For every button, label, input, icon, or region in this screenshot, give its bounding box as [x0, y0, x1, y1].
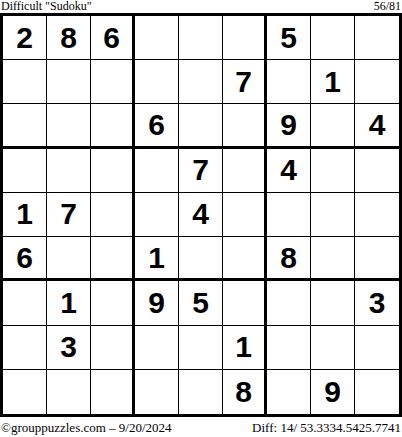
sudoku-cell-r6c8 [311, 237, 355, 281]
sudoku-cell-r6c6 [223, 237, 267, 281]
sudoku-cell-r2c1 [3, 60, 47, 104]
sudoku-cell-r5c9 [355, 193, 399, 237]
sudoku-cell-r4c9 [355, 149, 399, 193]
sudoku-cell-r7c6 [223, 281, 267, 325]
sudoku-cell-r2c3 [91, 60, 135, 104]
sudoku-cell-r5c6 [223, 193, 267, 237]
sudoku-cell-r4c7: 4 [267, 149, 311, 193]
sudoku-cell-r8c8 [311, 326, 355, 370]
sudoku-cell-r3c9: 4 [355, 104, 399, 148]
sudoku-cell-r4c6 [223, 149, 267, 193]
sudoku-cell-r5c5: 4 [179, 193, 223, 237]
sudoku-cell-r6c4: 1 [135, 237, 179, 281]
sudoku-cell-r5c1: 1 [3, 193, 47, 237]
sudoku-cell-r8c6: 1 [223, 326, 267, 370]
header: Difficult "Sudoku" 56/81 [0, 0, 402, 13]
sudoku-cell-r2c8: 1 [311, 60, 355, 104]
sudoku-cell-r9c1 [3, 370, 47, 414]
sudoku-cell-r2c6: 7 [223, 60, 267, 104]
sudoku-cell-r6c2 [47, 237, 91, 281]
sudoku-cell-r2c4 [135, 60, 179, 104]
sudoku-cell-r7c7 [267, 281, 311, 325]
sudoku-cell-r1c2: 8 [47, 16, 91, 60]
sudoku-cell-r4c8 [311, 149, 355, 193]
sudoku-cell-r6c7: 8 [267, 237, 311, 281]
sudoku-cell-r1c1: 2 [3, 16, 47, 60]
sudoku-cell-r7c3 [91, 281, 135, 325]
sudoku-cell-r9c3 [91, 370, 135, 414]
sudoku-cell-r4c4 [135, 149, 179, 193]
sudoku-cell-r1c9 [355, 16, 399, 60]
remaining-cells-counter: 56/81 [374, 0, 401, 12]
sudoku-cell-r3c3 [91, 104, 135, 148]
sudoku-cell-r5c8 [311, 193, 355, 237]
sudoku-cell-r8c5 [179, 326, 223, 370]
sudoku-cell-r8c3 [91, 326, 135, 370]
sudoku-cell-r6c3 [91, 237, 135, 281]
difficulty-rating: Diff: 14/ 53.3334.5425.7741 [252, 420, 401, 435]
sudoku-cell-r3c8 [311, 104, 355, 148]
sudoku-cell-r1c7: 5 [267, 16, 311, 60]
sudoku-cell-r3c5 [179, 104, 223, 148]
sudoku-cell-r1c6 [223, 16, 267, 60]
sudoku-cell-r8c4 [135, 326, 179, 370]
sudoku-cell-r3c7: 9 [267, 104, 311, 148]
sudoku-cell-r4c2 [47, 149, 91, 193]
sudoku-cell-r8c9 [355, 326, 399, 370]
sudoku-cell-r9c2 [47, 370, 91, 414]
sudoku-cell-r5c4 [135, 193, 179, 237]
sudoku-cell-r7c2: 1 [47, 281, 91, 325]
sudoku-cell-r9c7 [267, 370, 311, 414]
sudoku-cell-r7c1 [3, 281, 47, 325]
sudoku-cell-r1c8 [311, 16, 355, 60]
sudoku-cell-r9c9 [355, 370, 399, 414]
sudoku-cell-r3c6 [223, 104, 267, 148]
sudoku-cell-r2c7 [267, 60, 311, 104]
sudoku-cell-r7c9: 3 [355, 281, 399, 325]
sudoku-cell-r1c4 [135, 16, 179, 60]
sudoku-cell-r9c5 [179, 370, 223, 414]
sudoku-cell-r1c5 [179, 16, 223, 60]
sudoku-cell-r2c5 [179, 60, 223, 104]
sudoku-cell-r3c4: 6 [135, 104, 179, 148]
sudoku-cell-r5c7 [267, 193, 311, 237]
sudoku-cell-r7c4: 9 [135, 281, 179, 325]
sudoku-cell-r3c2 [47, 104, 91, 148]
sudoku-cell-r1c3: 6 [91, 16, 135, 60]
sudoku-cell-r6c5 [179, 237, 223, 281]
sudoku-cell-r5c3 [91, 193, 135, 237]
sudoku-cell-r7c5: 5 [179, 281, 223, 325]
sudoku-cell-r9c8: 9 [311, 370, 355, 414]
sudoku-cell-r9c4 [135, 370, 179, 414]
sudoku-cell-r2c2 [47, 60, 91, 104]
sudoku-cell-r3c1 [3, 104, 47, 148]
copyright-date: ©grouppuzzles.com – 9/20/2024 [1, 420, 172, 435]
sudoku-cell-r6c9 [355, 237, 399, 281]
footer: ©grouppuzzles.com – 9/20/2024 Diff: 14/ … [0, 417, 402, 435]
sudoku-cell-r8c2: 3 [47, 326, 91, 370]
sudoku-cell-r8c7 [267, 326, 311, 370]
sudoku-cell-r4c5: 7 [179, 149, 223, 193]
sudoku-cell-r9c6: 8 [223, 370, 267, 414]
sudoku-cell-r4c3 [91, 149, 135, 193]
sudoku-cell-r5c2: 7 [47, 193, 91, 237]
sudoku-cell-r2c9 [355, 60, 399, 104]
sudoku-cell-r4c1 [3, 149, 47, 193]
puzzle-title: Difficult "Sudoku" [1, 0, 92, 12]
sudoku-cell-r6c1: 6 [3, 237, 47, 281]
sudoku-grid: 2865716947417461819533189 [0, 13, 402, 417]
sudoku-cell-r7c8 [311, 281, 355, 325]
sudoku-cell-r8c1 [3, 326, 47, 370]
